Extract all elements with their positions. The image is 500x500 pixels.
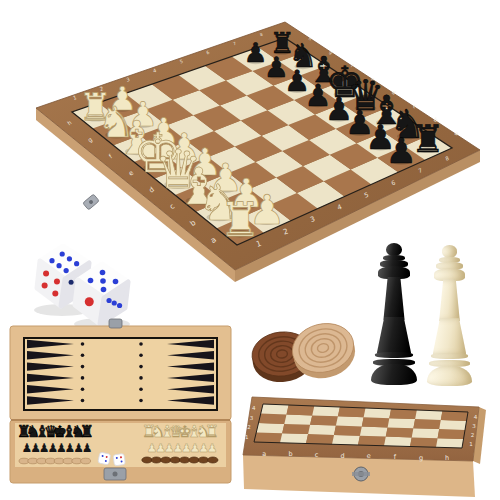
folded-square — [312, 406, 340, 416]
folded-num-right-4: 4 — [474, 414, 478, 420]
case-black-piece-back-r: ♜ — [80, 422, 94, 441]
folded-square — [413, 419, 440, 429]
die-pip — [100, 270, 106, 276]
folded-square — [306, 434, 334, 444]
die-pip — [64, 268, 69, 273]
folded-square — [412, 428, 440, 438]
folded-square — [384, 437, 412, 447]
folded-square — [436, 438, 464, 448]
case-dark-checker — [208, 457, 218, 463]
die-pip — [42, 282, 48, 288]
backgammon-dot — [139, 354, 143, 358]
big-king-white-neck — [439, 279, 460, 321]
backgammon-dot — [139, 399, 143, 403]
case-dark-checker — [198, 457, 208, 463]
die-pip — [85, 297, 94, 306]
folded-num-right-3: 3 — [472, 423, 476, 429]
folded-num-left-4: 4 — [252, 405, 256, 411]
folded-square — [389, 409, 417, 419]
folded-square — [332, 435, 360, 445]
die-pip — [74, 261, 79, 266]
folded-square — [386, 427, 414, 437]
folded-square — [360, 427, 388, 437]
die-pip — [117, 303, 122, 308]
backgammon-dot — [139, 376, 143, 380]
backgammon-dot — [81, 387, 85, 391]
case-dark-checker — [151, 457, 161, 463]
folded-square — [254, 433, 282, 443]
die-pip — [100, 278, 106, 284]
case-mini-die — [113, 453, 125, 465]
case-clasp — [109, 319, 122, 328]
big-king-black-ring1 — [375, 352, 413, 358]
die-pip — [54, 279, 60, 285]
folded-square — [441, 411, 468, 421]
big-king-white-bell — [433, 318, 467, 355]
case-white-piece-back-r: ♜ — [205, 422, 219, 441]
folded-square — [334, 426, 362, 436]
folded-square — [362, 417, 390, 427]
board-latch — [83, 194, 100, 210]
folded-num-left-1: 1 — [245, 434, 249, 440]
folded-square — [438, 429, 465, 439]
folded-letter-e: e — [367, 452, 371, 460]
die-pip — [60, 251, 65, 256]
folded-square — [287, 405, 315, 415]
folded-closed-board: abcdefgh44332211 — [243, 397, 486, 497]
big-king-black-base — [371, 364, 417, 385]
folded-square — [261, 404, 289, 414]
case-dark-checker — [179, 457, 189, 463]
product-photo-chess-set: aabbccddeeffgghh1122334455667788♜♟♞♟♝♟♚♟… — [0, 0, 500, 500]
big-king-white-base — [427, 366, 472, 386]
folded-num-right-2: 2 — [471, 432, 475, 438]
folded-square — [410, 437, 438, 447]
folded-square — [259, 414, 287, 424]
backgammon-dot — [81, 365, 85, 369]
case-mini-die — [98, 452, 111, 465]
folded-square — [439, 420, 466, 430]
case-latch-pin — [113, 472, 118, 477]
folded-letter-b: b — [288, 450, 292, 458]
big-king-white — [426, 245, 473, 386]
folded-square — [336, 416, 364, 426]
die-pip — [106, 298, 111, 303]
big-king-white-ring1 — [431, 353, 469, 359]
folded-square — [310, 415, 338, 425]
backgammon-dot — [81, 399, 85, 403]
folded-letter-g: g — [419, 454, 423, 462]
folded-square — [338, 407, 366, 417]
big-king-black — [370, 243, 418, 385]
folded-num-left-2: 2 — [247, 424, 251, 430]
big-king-black-neck — [383, 277, 404, 320]
die-pip — [67, 256, 72, 261]
die-pip — [112, 300, 117, 305]
folded-square — [364, 408, 392, 418]
case-dark-checker — [170, 457, 180, 463]
open-wooden-case-backgammon: ♜♞♝♛♚♝♞♜♜♞♝♛♚♝♞♜♟♟♟♟♟♟♟♟♟♟♟♟♟♟♟♟ — [10, 319, 231, 483]
backgammon-dot — [139, 387, 143, 391]
piece-black-p-a7: ♟ — [386, 131, 417, 171]
folded-square — [280, 433, 308, 443]
die-pip — [69, 280, 74, 285]
die-pip — [56, 263, 61, 268]
backgammon-dot — [81, 376, 85, 380]
backgammon-dot — [139, 365, 143, 369]
die-pip — [101, 287, 107, 293]
folded-square — [284, 414, 312, 424]
checkers-closeup — [250, 317, 360, 385]
dice-pair — [34, 246, 130, 330]
case-dark-checker — [189, 457, 199, 463]
big-king-black-bell — [377, 317, 412, 354]
case-dark-checker — [161, 457, 171, 463]
folded-letter-a: a — [262, 450, 266, 458]
piece-white-r-a1: ♜ — [219, 193, 261, 247]
folded-square — [256, 423, 284, 433]
folded-square — [388, 418, 416, 428]
folded-num-left-3: 3 — [250, 415, 254, 421]
die-pip — [88, 278, 94, 284]
case-dark-checker — [142, 457, 152, 463]
die-pip — [43, 271, 49, 277]
case-black-pawn: ♟ — [82, 441, 93, 455]
backgammon-dot — [81, 342, 85, 346]
die-pip — [49, 258, 54, 263]
folded-letter-h: h — [445, 454, 449, 462]
folded-square — [415, 410, 442, 420]
folded-letter-c: c — [315, 451, 319, 459]
case-light-checker — [81, 458, 91, 464]
folded-letter-d: d — [341, 452, 345, 460]
folded-square — [308, 425, 336, 435]
folded-square — [358, 436, 386, 446]
folded-num-right-1: 1 — [469, 441, 473, 447]
case-white-pawn: ♟ — [207, 441, 218, 455]
die-pip — [113, 279, 119, 285]
backgammon-dot — [139, 342, 143, 346]
die-pip — [52, 290, 58, 296]
scene-canvas: aabbccddeeffgghh1122334455667788♜♟♞♟♝♟♚♟… — [0, 0, 500, 500]
folded-square — [282, 424, 310, 434]
backgammon-dot — [81, 354, 85, 358]
